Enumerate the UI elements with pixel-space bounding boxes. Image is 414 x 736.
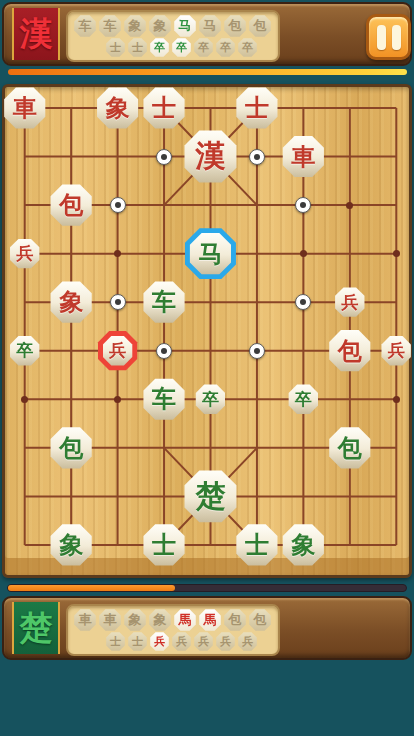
board-point-f9r5 xyxy=(373,278,414,327)
captured-piece-pending: 士 xyxy=(128,38,147,57)
board-point-f5r8 xyxy=(187,424,233,473)
captured-piece-pending: 车 xyxy=(74,15,96,37)
board-point-f4r4 xyxy=(141,229,187,278)
board-point-f9r8 xyxy=(373,424,414,473)
board-point-f9r4 xyxy=(373,229,414,278)
board-point-f2r5: 象 xyxy=(48,278,94,327)
board-point-f8r7 xyxy=(327,375,373,424)
board-point-f1r3 xyxy=(2,181,48,230)
move-indicator-dot[interactable] xyxy=(295,294,311,310)
board-point-f3r10 xyxy=(94,521,140,570)
piece-red-soldier[interactable]: 兵 xyxy=(335,287,365,317)
move-indicator-dot[interactable] xyxy=(249,149,265,165)
piece-red-chariot[interactable]: 車 xyxy=(4,87,46,129)
piece-green-elephant[interactable]: 象 xyxy=(282,524,324,566)
board-point-f3r4 xyxy=(94,229,140,278)
piece-green-general[interactable]: 楚 xyxy=(184,470,237,523)
board-point-f6r10: 士 xyxy=(234,521,280,570)
board-point-f7r7: 卒 xyxy=(280,375,326,424)
board-point-f8r4 xyxy=(327,229,373,278)
board-point-f8r5: 兵 xyxy=(327,278,373,327)
captured-piece-pending: 象 xyxy=(149,15,171,37)
board-point-f7r6 xyxy=(280,326,326,375)
captured-piece-pending: 象 xyxy=(149,609,171,631)
board-point-f3r7 xyxy=(94,375,140,424)
captured-piece-pending: 車 xyxy=(99,609,121,631)
captured-piece-pending: 卒 xyxy=(194,38,213,57)
captured-piece-pending: 马 xyxy=(199,15,221,37)
board-point-f4r8 xyxy=(141,424,187,473)
board-point-f6r5 xyxy=(234,278,280,327)
board-point-f8r3 xyxy=(327,181,373,230)
piece-red-soldier[interactable]: 兵 xyxy=(10,239,40,269)
board-point-f5r9: 楚 xyxy=(187,472,233,521)
point-marker xyxy=(346,202,353,209)
piece-green-soldier[interactable]: 卒 xyxy=(288,384,318,414)
point-marker xyxy=(393,396,400,403)
board-point-f6r9 xyxy=(234,472,280,521)
board-point-f1r4: 兵 xyxy=(2,229,48,278)
board-point-f5r2: 漢 xyxy=(187,132,233,181)
captured-piece-pending: 象 xyxy=(124,15,146,37)
board-point-f7r4 xyxy=(280,229,326,278)
board-point-f7r8 xyxy=(280,424,326,473)
board-point-f4r7: 车 xyxy=(141,375,187,424)
board-point-f5r1 xyxy=(187,84,233,133)
captured-piece-pending: 包 xyxy=(249,609,271,631)
point-marker xyxy=(114,396,121,403)
board-point-f6r2 xyxy=(234,132,280,181)
captured-piece-taken: 馬 xyxy=(174,609,196,631)
board-point-f3r1: 象 xyxy=(94,84,140,133)
board-point-f9r2 xyxy=(373,132,414,181)
board-point-f2r2 xyxy=(48,132,94,181)
piece-green-advisor[interactable]: 士 xyxy=(143,524,185,566)
selected-piece-ring[interactable]: 马 xyxy=(184,228,236,280)
green-captures-tray: 車車象象馬馬包包 士士兵兵兵兵兵 xyxy=(66,604,280,656)
green-timer-bar xyxy=(7,584,407,592)
captured-piece-pending: 车 xyxy=(99,15,121,37)
board-point-f1r10 xyxy=(2,521,48,570)
board-point-f9r9 xyxy=(373,472,414,521)
captured-piece-pending: 包 xyxy=(224,15,246,37)
board-point-f8r2 xyxy=(327,132,373,181)
board-point-f1r7 xyxy=(2,375,48,424)
board-point-f8r6: 包 xyxy=(327,326,373,375)
piece-green-cannon[interactable]: 包 xyxy=(329,427,371,469)
board-point-f6r8 xyxy=(234,424,280,473)
board-point-f2r10: 象 xyxy=(48,521,94,570)
board-point-f4r3 xyxy=(141,181,187,230)
board-point-f9r1 xyxy=(373,84,414,133)
captured-piece-taken: 马 xyxy=(174,15,196,37)
piece-red-elephant[interactable]: 象 xyxy=(97,87,139,129)
captured-piece-taken: 卒 xyxy=(172,38,191,57)
captured-piece-pending: 包 xyxy=(249,15,271,37)
piece-green-elephant[interactable]: 象 xyxy=(50,524,92,566)
board-point-f2r7 xyxy=(48,375,94,424)
board-point-f4r5: 车 xyxy=(141,278,187,327)
move-indicator-dot[interactable] xyxy=(156,149,172,165)
board-point-f3r9 xyxy=(94,472,140,521)
board-point-f5r10 xyxy=(187,521,233,570)
board-point-f2r1 xyxy=(48,84,94,133)
board-point-f3r5 xyxy=(94,278,140,327)
captured-piece-pending: 兵 xyxy=(194,632,213,651)
board-point-f1r2 xyxy=(2,132,48,181)
piece-green-soldier[interactable]: 卒 xyxy=(10,336,40,366)
board-point-f6r6 xyxy=(234,326,280,375)
piece-red-chariot[interactable]: 車 xyxy=(282,136,324,178)
piece-red-soldier[interactable]: 兵 xyxy=(103,336,133,366)
pause-icon xyxy=(392,25,401,50)
green-captures-row2: 士士兵兵兵兵兵 xyxy=(68,631,278,651)
captured-piece-pending: 車 xyxy=(74,609,96,631)
board-point-f2r6 xyxy=(48,326,94,375)
piece-red-elephant[interactable]: 象 xyxy=(50,281,92,323)
board-point-f6r7 xyxy=(234,375,280,424)
board-point-f5r4: 马 xyxy=(187,229,233,278)
board-point-f3r6: 兵 xyxy=(94,326,140,375)
xiangqi-board[interactable]: 車象士士漢車包兵马象车兵卒兵包兵车卒卒包包楚象士士象 xyxy=(2,84,412,578)
piece-green-cannon[interactable]: 包 xyxy=(50,427,92,469)
board-point-f6r1: 士 xyxy=(234,84,280,133)
piece-green-chariot[interactable]: 车 xyxy=(143,281,185,323)
board-point-f5r3 xyxy=(187,181,233,230)
board-point-f5r5 xyxy=(187,278,233,327)
captured-piece-pending: 卒 xyxy=(216,38,235,57)
piece-green-horse[interactable]: 马 xyxy=(189,233,231,275)
board-point-f2r4 xyxy=(48,229,94,278)
piece-red-cannon[interactable]: 包 xyxy=(329,330,371,372)
board-point-f7r1 xyxy=(280,84,326,133)
piece-red-soldier[interactable]: 兵 xyxy=(381,336,411,366)
board-point-f2r3: 包 xyxy=(48,181,94,230)
pause-icon xyxy=(377,25,386,50)
board-point-f4r9 xyxy=(141,472,187,521)
captured-piece-pending: 士 xyxy=(128,632,147,651)
board-point-f3r3 xyxy=(94,181,140,230)
piece-green-soldier[interactable]: 卒 xyxy=(195,384,225,414)
danger-piece-ring[interactable]: 兵 xyxy=(98,331,138,371)
board-point-f9r10 xyxy=(373,521,414,570)
board-point-f1r8 xyxy=(2,424,48,473)
move-indicator-dot[interactable] xyxy=(156,343,172,359)
captured-piece-taken: 兵 xyxy=(150,632,169,651)
red-captures-row1: 车车象象马马包包 xyxy=(68,12,278,37)
piece-red-advisor[interactable]: 士 xyxy=(143,87,185,129)
board-point-f4r2 xyxy=(141,132,187,181)
board-point-f2r8: 包 xyxy=(48,424,94,473)
piece-green-chariot[interactable]: 车 xyxy=(143,378,185,420)
piece-red-general[interactable]: 漢 xyxy=(184,130,237,183)
point-marker xyxy=(300,250,307,257)
captured-piece-pending: 兵 xyxy=(238,632,257,651)
board-point-f3r8 xyxy=(94,424,140,473)
captured-piece-pending: 兵 xyxy=(172,632,191,651)
board-grid: 車象士士漢車包兵马象车兵卒兵包兵车卒卒包包楚象士士象 xyxy=(2,84,414,569)
board-point-f6r3 xyxy=(234,181,280,230)
board-point-f5r6 xyxy=(187,326,233,375)
captured-piece-taken: 馬 xyxy=(199,609,221,631)
board-point-f6r4 xyxy=(234,229,280,278)
board-point-f7r9 xyxy=(280,472,326,521)
point-marker xyxy=(21,396,28,403)
board-point-f3r2 xyxy=(94,132,140,181)
board-point-f4r6 xyxy=(141,326,187,375)
board-point-f1r1: 車 xyxy=(2,84,48,133)
board-point-f7r3 xyxy=(280,181,326,230)
captured-piece-taken: 卒 xyxy=(150,38,169,57)
captured-piece-pending: 兵 xyxy=(216,632,235,651)
board-point-f1r6: 卒 xyxy=(2,326,48,375)
top-player-bar: 漢 车车象象马马包包 士士卒卒卒卒卒 xyxy=(2,2,412,66)
board-point-f1r5 xyxy=(2,278,48,327)
board-point-f7r10: 象 xyxy=(280,521,326,570)
pause-button[interactable] xyxy=(366,14,411,60)
board-point-f8r8: 包 xyxy=(327,424,373,473)
captured-piece-pending: 士 xyxy=(106,38,125,57)
piece-red-advisor[interactable]: 士 xyxy=(236,87,278,129)
board-point-f7r2: 車 xyxy=(280,132,326,181)
captured-piece-pending: 包 xyxy=(224,609,246,631)
board-point-f7r5 xyxy=(280,278,326,327)
board-point-f1r9 xyxy=(2,472,48,521)
point-marker xyxy=(114,250,121,257)
move-indicator-dot[interactable] xyxy=(249,343,265,359)
board-point-f9r6: 兵 xyxy=(373,326,414,375)
board-point-f5r7: 卒 xyxy=(187,375,233,424)
board-point-f4r1: 士 xyxy=(141,84,187,133)
red-side-badge: 漢 xyxy=(12,8,60,60)
green-side-badge: 楚 xyxy=(12,602,60,654)
piece-green-advisor[interactable]: 士 xyxy=(236,524,278,566)
board-point-f8r9 xyxy=(327,472,373,521)
piece-red-cannon[interactable]: 包 xyxy=(50,184,92,226)
board-point-f2r9 xyxy=(48,472,94,521)
green-captures-row1: 車車象象馬馬包包 xyxy=(68,606,278,631)
move-indicator-dot[interactable] xyxy=(295,197,311,213)
point-marker xyxy=(393,250,400,257)
red-timer-bar xyxy=(8,69,407,75)
board-point-f8r1 xyxy=(327,84,373,133)
move-indicator-dot[interactable] xyxy=(110,197,126,213)
move-indicator-dot[interactable] xyxy=(110,294,126,310)
captured-piece-pending: 士 xyxy=(106,632,125,651)
red-captures-row2: 士士卒卒卒卒卒 xyxy=(68,37,278,57)
board-point-f8r10 xyxy=(327,521,373,570)
board-point-f9r7 xyxy=(373,375,414,424)
captured-piece-pending: 象 xyxy=(124,609,146,631)
xiangqi-app: 漢 车车象象马马包包 士士卒卒卒卒卒 車象士士漢車包兵马象车兵卒兵包兵车卒卒包包… xyxy=(0,0,414,736)
board-point-f9r3 xyxy=(373,181,414,230)
captured-piece-pending: 卒 xyxy=(238,38,257,57)
board-point-f4r10: 士 xyxy=(141,521,187,570)
red-captures-tray: 车车象象马马包包 士士卒卒卒卒卒 xyxy=(66,10,280,62)
bottom-player-bar: 楚 車車象象馬馬包包 士士兵兵兵兵兵 ↩ 3 xyxy=(2,596,412,660)
